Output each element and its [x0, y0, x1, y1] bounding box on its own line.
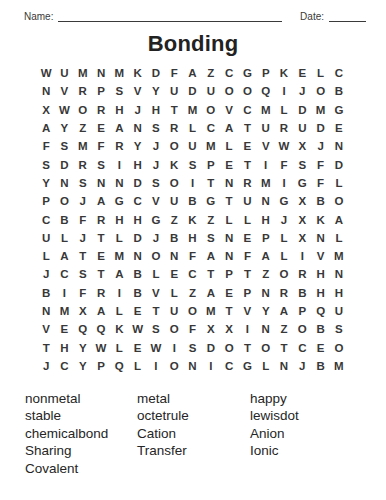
grid-cell-r13c4[interactable]: R [92, 284, 110, 302]
grid-cell-r1c6[interactable]: K [128, 64, 146, 82]
grid-cell-r5c9[interactable]: U [183, 137, 201, 155]
grid-cell-r17c9[interactable]: N [183, 357, 201, 375]
grid-cell-r1c3[interactable]: M [74, 64, 92, 82]
grid-cell-r6c10[interactable]: P [202, 155, 220, 173]
grid-cell-r16c5[interactable]: L [110, 338, 128, 356]
grid-cell-r6c15[interactable]: S [293, 155, 311, 173]
grid-cell-r8c9[interactable]: B [183, 192, 201, 210]
grid-cell-r16c6[interactable]: E [128, 338, 146, 356]
grid-cell-r16c12[interactable]: T [238, 338, 256, 356]
grid-cell-r3c4[interactable]: R [92, 101, 110, 119]
grid-cell-r9c16[interactable]: K [311, 210, 329, 228]
grid-cell-r1c7[interactable]: D [147, 64, 165, 82]
grid-cell-r14c8[interactable]: U [165, 302, 183, 320]
grid-cell-r9c11[interactable]: L [220, 210, 238, 228]
grid-cell-r11c11[interactable]: N [220, 247, 238, 265]
grid-cell-r11c15[interactable]: I [293, 247, 311, 265]
grid-cell-r10c3[interactable]: J [74, 229, 92, 247]
grid-cell-r1c12[interactable]: G [238, 64, 256, 82]
grid-cell-r13c7[interactable]: V [147, 284, 165, 302]
grid-cell-r17c7[interactable]: I [147, 357, 165, 375]
grid-cell-r6c2[interactable]: D [55, 155, 73, 173]
word-list-item: Covalent [25, 460, 108, 477]
grid-cell-r11c3[interactable]: T [74, 247, 92, 265]
grid-cell-r7c9[interactable]: I [183, 174, 201, 192]
grid-cell-r3c6[interactable]: J [128, 101, 146, 119]
grid-cell-r11c14[interactable]: L [275, 247, 293, 265]
grid-cell-r1c5[interactable]: M [110, 64, 128, 82]
grid-cell-r9c3[interactable]: F [74, 210, 92, 228]
grid-cell-r8c1[interactable]: P [37, 192, 55, 210]
grid-cell-r6c14[interactable]: F [275, 155, 293, 173]
grid-cell-r15c9[interactable]: F [183, 320, 201, 338]
grid-cell-r6c13[interactable]: I [257, 155, 275, 173]
grid-cell-r10c7[interactable]: J [147, 229, 165, 247]
grid-cell-r3c13[interactable]: M [257, 101, 275, 119]
grid-cell-r12c1[interactable]: J [37, 265, 55, 283]
grid-cell-r6c7[interactable]: J [147, 155, 165, 173]
word-list-item: Cation [137, 425, 189, 442]
grid-cell-r5c4[interactable]: F [92, 137, 110, 155]
grid-cell-r4c14[interactable]: R [275, 119, 293, 137]
grid-cell-r4c8[interactable]: R [165, 119, 183, 137]
grid-cell-r1c17[interactable]: C [330, 64, 348, 82]
grid-cell-r2c12[interactable]: O [238, 82, 256, 100]
grid-cell-r9c13[interactable]: H [257, 210, 275, 228]
grid-cell-r6c3[interactable]: R [74, 155, 92, 173]
grid-cell-r14c2[interactable]: M [55, 302, 73, 320]
grid-cell-r15c14[interactable]: Z [275, 320, 293, 338]
grid-cell-r11c10[interactable]: A [202, 247, 220, 265]
grid-cell-r12c10[interactable]: T [202, 265, 220, 283]
grid-cell-r16c4[interactable]: W [92, 338, 110, 356]
grid-cell-r4c13[interactable]: U [257, 119, 275, 137]
grid-cell-r12c13[interactable]: Z [257, 265, 275, 283]
grid-cell-r6c1[interactable]: S [37, 155, 55, 173]
grid-cell-r16c7[interactable]: W [147, 338, 165, 356]
grid-cell-r4c15[interactable]: U [293, 119, 311, 137]
grid-cell-r3c12[interactable]: C [238, 101, 256, 119]
grid-cell-r8c6[interactable]: C [128, 192, 146, 210]
grid-cell-r8c8[interactable]: U [165, 192, 183, 210]
grid-cell-r2c10[interactable]: U [202, 82, 220, 100]
grid-cell-r2c2[interactable]: V [55, 82, 73, 100]
grid-cell-r2c13[interactable]: Q [257, 82, 275, 100]
grid-cell-r11c2[interactable]: A [55, 247, 73, 265]
grid-cell-r10c2[interactable]: L [55, 229, 73, 247]
grid-cell-r5c5[interactable]: R [110, 137, 128, 155]
grid-cell-r12c3[interactable]: S [74, 265, 92, 283]
grid-cell-r13c9[interactable]: Z [183, 284, 201, 302]
grid-cell-r17c15[interactable]: J [293, 357, 311, 375]
grid-cell-r5c3[interactable]: M [74, 137, 92, 155]
grid-cell-r11c8[interactable]: N [165, 247, 183, 265]
grid-cell-r10c1[interactable]: U [37, 229, 55, 247]
grid-cell-r6c6[interactable]: H [128, 155, 146, 173]
grid-cell-r11c1[interactable]: L [37, 247, 55, 265]
grid-cell-r1c2[interactable]: U [55, 64, 73, 82]
grid-cell-r6c12[interactable]: T [238, 155, 256, 173]
grid-cell-r9c2[interactable]: B [55, 210, 73, 228]
grid-cell-r6c5[interactable]: I [110, 155, 128, 173]
grid-cell-r9c12[interactable]: L [238, 210, 256, 228]
grid-cell-r13c6[interactable]: B [128, 284, 146, 302]
grid-cell-r2c15[interactable]: J [293, 82, 311, 100]
grid-cell-r9c10[interactable]: Z [202, 210, 220, 228]
grid-cell-r12c4[interactable]: T [92, 265, 110, 283]
grid-cell-r1c9[interactable]: A [183, 64, 201, 82]
grid-cell-r7c10[interactable]: T [202, 174, 220, 192]
grid-cell-r3c2[interactable]: W [55, 101, 73, 119]
grid-cell-r11c16[interactable]: V [311, 247, 329, 265]
grid-cell-r15c17[interactable]: S [330, 320, 348, 338]
grid-cell-r5c16[interactable]: J [311, 137, 329, 155]
grid-cell-r15c8[interactable]: O [165, 320, 183, 338]
grid-cell-r4c12[interactable]: T [238, 119, 256, 137]
grid-cell-r11c5[interactable]: M [110, 247, 128, 265]
grid-cell-r12c2[interactable]: C [55, 265, 73, 283]
grid-cell-r15c16[interactable]: B [311, 320, 329, 338]
grid-cell-r2c14[interactable]: I [275, 82, 293, 100]
grid-cell-r12c9[interactable]: C [183, 265, 201, 283]
grid-cell-r13c12[interactable]: P [238, 284, 256, 302]
grid-cell-r13c2[interactable]: I [55, 284, 73, 302]
grid-cell-r10c16[interactable]: N [311, 229, 329, 247]
grid-cell-r5c2[interactable]: S [55, 137, 73, 155]
grid-cell-r14c1[interactable]: N [37, 302, 55, 320]
grid-cell-r14c5[interactable]: L [110, 302, 128, 320]
grid-cell-r16c11[interactable]: O [220, 338, 238, 356]
grid-cell-r15c12[interactable]: I [238, 320, 256, 338]
grid-cell-r7c15[interactable]: G [293, 174, 311, 192]
grid-cell-r11c9[interactable]: F [183, 247, 201, 265]
grid-cell-r7c12[interactable]: R [238, 174, 256, 192]
grid-cell-r14c4[interactable]: A [92, 302, 110, 320]
grid-cell-r6c16[interactable]: F [311, 155, 329, 173]
grid-cell-r11c12[interactable]: F [238, 247, 256, 265]
grid-cell-r12c12[interactable]: T [238, 265, 256, 283]
grid-cell-r17c4[interactable]: P [92, 357, 110, 375]
grid-cell-r1c1[interactable]: W [37, 64, 55, 82]
grid-cell-r5c13[interactable]: V [257, 137, 275, 155]
grid-cell-r3c10[interactable]: O [202, 101, 220, 119]
grid-cell-r9c7[interactable]: G [147, 210, 165, 228]
grid-cell-r14c12[interactable]: V [238, 302, 256, 320]
grid-cell-r8c5[interactable]: G [110, 192, 128, 210]
grid-cell-r12c15[interactable]: R [293, 265, 311, 283]
grid-cell-r17c17[interactable]: M [330, 357, 348, 375]
grid-cell-r3c1[interactable]: X [37, 101, 55, 119]
grid-cell-r17c12[interactable]: G [238, 357, 256, 375]
grid-cell-r10c8[interactable]: B [165, 229, 183, 247]
grid-cell-r3c17[interactable]: G [330, 101, 348, 119]
grid-cell-r3c16[interactable]: M [311, 101, 329, 119]
grid-cell-r17c3[interactable]: Y [74, 357, 92, 375]
grid-cell-r11c7[interactable]: O [147, 247, 165, 265]
grid-cell-r9c6[interactable]: H [128, 210, 146, 228]
grid-cell-r5c6[interactable]: Y [128, 137, 146, 155]
grid-cell-r5c10[interactable]: M [202, 137, 220, 155]
grid-cell-r17c1[interactable]: J [37, 357, 55, 375]
grid-cell-r16c15[interactable]: C [293, 338, 311, 356]
grid-cell-r1c16[interactable]: L [311, 64, 329, 82]
grid-cell-r10c6[interactable]: D [128, 229, 146, 247]
grid-cell-r4c7[interactable]: S [147, 119, 165, 137]
grid-cell-r5c17[interactable]: N [330, 137, 348, 155]
word-list-item: stable [25, 407, 108, 424]
grid-cell-r13c16[interactable]: H [311, 284, 329, 302]
date-blank-line[interactable] [329, 11, 366, 22]
grid-cell-r2c4[interactable]: P [92, 82, 110, 100]
grid-cell-r10c10[interactable]: S [202, 229, 220, 247]
grid-cell-r8c13[interactable]: N [257, 192, 275, 210]
grid-cell-r11c6[interactable]: N [128, 247, 146, 265]
grid-cell-r8c3[interactable]: J [74, 192, 92, 210]
grid-cell-r9c8[interactable]: Z [165, 210, 183, 228]
grid-cell-r15c3[interactable]: Q [74, 320, 92, 338]
grid-cell-r12c16[interactable]: H [311, 265, 329, 283]
grid-cell-r7c13[interactable]: M [257, 174, 275, 192]
grid-cell-r10c14[interactable]: L [275, 229, 293, 247]
grid-cell-r7c17[interactable]: L [330, 174, 348, 192]
grid-cell-r5c7[interactable]: J [147, 137, 165, 155]
grid-cell-r13c15[interactable]: B [293, 284, 311, 302]
grid-cell-r14c13[interactable]: Y [257, 302, 275, 320]
grid-cell-r1c14[interactable]: K [275, 64, 293, 82]
grid-cell-r8c4[interactable]: A [92, 192, 110, 210]
grid-cell-r8c11[interactable]: T [220, 192, 238, 210]
grid-cell-r1c10[interactable]: Z [202, 64, 220, 82]
grid-cell-r13c3[interactable]: F [74, 284, 92, 302]
grid-cell-r4c5[interactable]: A [110, 119, 128, 137]
grid-cell-r16c9[interactable]: S [183, 338, 201, 356]
grid-cell-r12c6[interactable]: B [128, 265, 146, 283]
grid-cell-r14c3[interactable]: X [74, 302, 92, 320]
grid-cell-r9c15[interactable]: X [293, 210, 311, 228]
grid-cell-r1c4[interactable]: N [92, 64, 110, 82]
grid-cell-r3c9[interactable]: M [183, 101, 201, 119]
grid-cell-r2c3[interactable]: R [74, 82, 92, 100]
grid-cell-r17c10[interactable]: I [202, 357, 220, 375]
grid-cell-r7c14[interactable]: I [275, 174, 293, 192]
grid-cell-r14c6[interactable]: E [128, 302, 146, 320]
grid-cell-r15c7[interactable]: S [147, 320, 165, 338]
grid-cell-r17c13[interactable]: L [257, 357, 275, 375]
grid-cell-r10c17[interactable]: L [330, 229, 348, 247]
grid-cell-r3c5[interactable]: H [110, 101, 128, 119]
grid-cell-r6c8[interactable]: K [165, 155, 183, 173]
grid-cell-r9c1[interactable]: C [37, 210, 55, 228]
grid-cell-r4c17[interactable]: E [330, 119, 348, 137]
grid-cell-r3c11[interactable]: V [220, 101, 238, 119]
grid-cell-r16c17[interactable]: O [330, 338, 348, 356]
grid-cell-r3c15[interactable]: D [293, 101, 311, 119]
grid-cell-r17c5[interactable]: Q [110, 357, 128, 375]
grid-cell-r14c16[interactable]: Q [311, 302, 329, 320]
grid-cell-r8c7[interactable]: V [147, 192, 165, 210]
grid-cell-r9c17[interactable]: A [330, 210, 348, 228]
grid-cell-r7c8[interactable]: O [165, 174, 183, 192]
grid-cell-r9c14[interactable]: J [275, 210, 293, 228]
grid-cell-r15c10[interactable]: X [202, 320, 220, 338]
grid-cell-r7c3[interactable]: S [74, 174, 92, 192]
grid-cell-r7c1[interactable]: Y [37, 174, 55, 192]
grid-cell-r2c9[interactable]: D [183, 82, 201, 100]
grid-cell-r6c9[interactable]: S [183, 155, 201, 173]
word-list-item: Sharing [25, 442, 108, 459]
grid-cell-r13c11[interactable]: E [220, 284, 238, 302]
grid-cell-r1c13[interactable]: P [257, 64, 275, 82]
grid-cell-r16c3[interactable]: Y [74, 338, 92, 356]
date-label: Date: [300, 11, 324, 22]
word-list-item: nonmetal [25, 390, 108, 407]
grid-cell-r7c4[interactable]: N [92, 174, 110, 192]
grid-cell-r13c14[interactable]: R [275, 284, 293, 302]
grid-cell-r4c4[interactable]: E [92, 119, 110, 137]
grid-cell-r7c5[interactable]: N [110, 174, 128, 192]
grid-cell-r8c10[interactable]: G [202, 192, 220, 210]
grid-cell-r4c1[interactable]: A [37, 119, 55, 137]
grid-cell-r14c10[interactable]: M [202, 302, 220, 320]
grid-cell-r12c5[interactable]: A [110, 265, 128, 283]
grid-cell-r10c5[interactable]: L [110, 229, 128, 247]
grid-cell-r8c14[interactable]: G [275, 192, 293, 210]
name-blank-line[interactable] [58, 11, 282, 22]
grid-cell-r2c17[interactable]: B [330, 82, 348, 100]
grid-cell-r10c15[interactable]: X [293, 229, 311, 247]
word-list-column-3: happylewisdotAnionIonic [250, 390, 299, 460]
grid-cell-r3c14[interactable]: L [275, 101, 293, 119]
grid-cell-r7c2[interactable]: N [55, 174, 73, 192]
grid-cell-r15c2[interactable]: E [55, 320, 73, 338]
grid-cell-r15c11[interactable]: X [220, 320, 238, 338]
grid-cell-r14c17[interactable]: U [330, 302, 348, 320]
grid-cell-r7c7[interactable]: S [147, 174, 165, 192]
grid-cell-r15c6[interactable]: W [128, 320, 146, 338]
grid-cell-r17c16[interactable]: B [311, 357, 329, 375]
grid-cell-r5c15[interactable]: X [293, 137, 311, 155]
grid-cell-r13c5[interactable]: I [110, 284, 128, 302]
grid-cell-r11c17[interactable]: M [330, 247, 348, 265]
grid-cell-r6c17[interactable]: D [330, 155, 348, 173]
grid-cell-r1c15[interactable]: E [293, 64, 311, 82]
grid-cell-r17c6[interactable]: L [128, 357, 146, 375]
grid-cell-r13c1[interactable]: B [37, 284, 55, 302]
grid-cell-r10c12[interactable]: E [238, 229, 256, 247]
grid-cell-r11c4[interactable]: E [92, 247, 110, 265]
grid-cell-r16c16[interactable]: E [311, 338, 329, 356]
grid-cell-r15c5[interactable]: K [110, 320, 128, 338]
grid-cell-r4c9[interactable]: L [183, 119, 201, 137]
grid-cell-r4c10[interactable]: C [202, 119, 220, 137]
grid-cell-r6c11[interactable]: E [220, 155, 238, 173]
grid-cell-r8c15[interactable]: X [293, 192, 311, 210]
grid-cell-r14c14[interactable]: A [275, 302, 293, 320]
grid-cell-r13c13[interactable]: N [257, 284, 275, 302]
grid-cell-r14c7[interactable]: T [147, 302, 165, 320]
grid-cell-r13c17[interactable]: H [330, 284, 348, 302]
grid-cell-r1c11[interactable]: C [220, 64, 238, 82]
grid-cell-r15c15[interactable]: O [293, 320, 311, 338]
grid-cell-r12c7[interactable]: L [147, 265, 165, 283]
grid-cell-r17c11[interactable]: C [220, 357, 238, 375]
grid-cell-r15c13[interactable]: N [257, 320, 275, 338]
grid-cell-r15c4[interactable]: Q [92, 320, 110, 338]
grid-cell-r2c11[interactable]: O [220, 82, 238, 100]
grid-cell-r3c8[interactable]: T [165, 101, 183, 119]
grid-cell-r12c8[interactable]: E [165, 265, 183, 283]
grid-cell-r4c16[interactable]: D [311, 119, 329, 137]
grid-cell-r5c11[interactable]: L [220, 137, 238, 155]
grid-cell-r14c11[interactable]: T [220, 302, 238, 320]
grid-cell-r11c13[interactable]: A [257, 247, 275, 265]
grid-cell-r13c8[interactable]: L [165, 284, 183, 302]
grid-cell-r8c12[interactable]: U [238, 192, 256, 210]
grid-cell-r15c1[interactable]: V [37, 320, 55, 338]
word-list-item: Transfer [137, 442, 189, 459]
grid-cell-r7c11[interactable]: N [220, 174, 238, 192]
grid-cell-r10c11[interactable]: N [220, 229, 238, 247]
grid-cell-r6c4[interactable]: S [92, 155, 110, 173]
grid-cell-r5c8[interactable]: O [165, 137, 183, 155]
grid-cell-r8c2[interactable]: O [55, 192, 73, 210]
grid-cell-r17c8[interactable]: O [165, 357, 183, 375]
grid-cell-r16c2[interactable]: H [55, 338, 73, 356]
grid-cell-r8c17[interactable]: O [330, 192, 348, 210]
grid-cell-r3c3[interactable]: O [74, 101, 92, 119]
grid-cell-r4c2[interactable]: Y [55, 119, 73, 137]
grid-cell-r2c6[interactable]: V [128, 82, 146, 100]
grid-cell-r10c4[interactable]: T [92, 229, 110, 247]
grid-cell-r4c3[interactable]: Z [74, 119, 92, 137]
grid-cell-r4c6[interactable]: N [128, 119, 146, 137]
grid-cell-r17c14[interactable]: N [275, 357, 293, 375]
grid-cell-r9c9[interactable]: K [183, 210, 201, 228]
grid-cell-r16c10[interactable]: D [202, 338, 220, 356]
grid-cell-r2c8[interactable]: U [165, 82, 183, 100]
grid-cell-r14c9[interactable]: O [183, 302, 201, 320]
grid-cell-r3c7[interactable]: H [147, 101, 165, 119]
grid-cell-r9c5[interactable]: H [110, 210, 128, 228]
grid-cell-r2c1[interactable]: N [37, 82, 55, 100]
grid-cell-r7c6[interactable]: D [128, 174, 146, 192]
grid-cell-r12c14[interactable]: O [275, 265, 293, 283]
word-list-column-1: nonmetalstablechemicalbondSharingCovalen… [25, 390, 108, 477]
grid-cell-r7c16[interactable]: F [311, 174, 329, 192]
grid-cell-r12c11[interactable]: P [220, 265, 238, 283]
grid-cell-r16c14[interactable]: T [275, 338, 293, 356]
grid-cell-r14c15[interactable]: P [293, 302, 311, 320]
grid-cell-r5c12[interactable]: E [238, 137, 256, 155]
grid-cell-r5c14[interactable]: W [275, 137, 293, 155]
grid-cell-r9c4[interactable]: R [92, 210, 110, 228]
grid-cell-r1c8[interactable]: F [165, 64, 183, 82]
grid-cell-r10c13[interactable]: P [257, 229, 275, 247]
grid-cell-r2c5[interactable]: S [110, 82, 128, 100]
grid-cell-r16c8[interactable]: I [165, 338, 183, 356]
grid-cell-r5c1[interactable]: F [37, 137, 55, 155]
grid-cell-r13c10[interactable]: A [202, 284, 220, 302]
grid-cell-r2c7[interactable]: Y [147, 82, 165, 100]
grid-cell-r17c2[interactable]: C [55, 357, 73, 375]
grid-cell-r2c16[interactable]: O [311, 82, 329, 100]
grid-cell-r8c16[interactable]: B [311, 192, 329, 210]
grid-cell-r16c1[interactable]: T [37, 338, 55, 356]
grid-cell-r10c9[interactable]: H [183, 229, 201, 247]
grid-cell-r4c11[interactable]: A [220, 119, 238, 137]
grid-cell-r16c13[interactable]: O [257, 338, 275, 356]
grid-cell-r12c17[interactable]: N [330, 265, 348, 283]
